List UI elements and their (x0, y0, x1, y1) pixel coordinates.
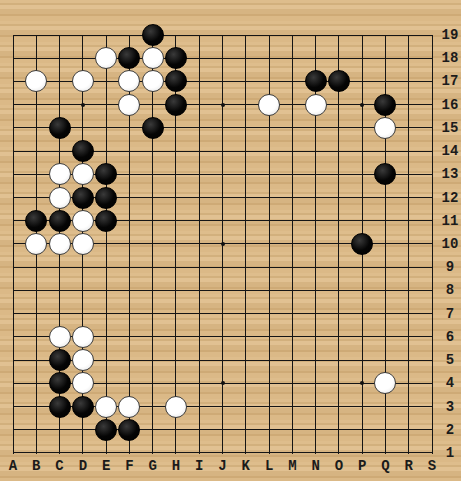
col-label-Q: Q (381, 457, 389, 475)
row-label-4: 4 (446, 374, 454, 392)
white-stone-C13[interactable] (49, 163, 71, 185)
grid-vline (13, 35, 14, 454)
black-stone-F18[interactable] (118, 47, 140, 69)
row-label-11: 11 (442, 212, 459, 230)
row-label-13: 13 (442, 165, 459, 183)
black-stone-G15[interactable] (142, 117, 164, 139)
white-stone-D5[interactable] (72, 349, 94, 371)
white-stone-B17[interactable] (25, 70, 47, 92)
white-stone-L16[interactable] (258, 94, 280, 116)
row-label-10: 10 (442, 235, 459, 253)
star-point-J16 (221, 103, 225, 107)
white-stone-C12[interactable] (49, 187, 71, 209)
black-stone-N17[interactable] (305, 70, 327, 92)
white-stone-G17[interactable] (142, 70, 164, 92)
white-stone-D6[interactable] (72, 326, 94, 348)
go-board[interactable]: ABCDEFGHIJKLMNOPQRS 19181716151413121110… (0, 0, 461, 481)
col-label-M: M (288, 457, 296, 475)
black-stone-Q13[interactable] (374, 163, 396, 185)
star-point-J10 (221, 242, 225, 246)
row-label-1: 1 (446, 444, 454, 462)
white-stone-C10[interactable] (49, 233, 71, 255)
row-label-15: 15 (442, 119, 459, 137)
black-stone-B11[interactable] (25, 210, 47, 232)
row-label-7: 7 (446, 305, 454, 323)
grid-hline (13, 58, 433, 59)
black-stone-H17[interactable] (165, 70, 187, 92)
grid-hline (13, 429, 433, 430)
row-label-17: 17 (442, 72, 459, 90)
star-point-P4 (360, 381, 364, 385)
white-stone-G18[interactable] (142, 47, 164, 69)
col-label-S: S (428, 457, 436, 475)
black-stone-D14[interactable] (72, 140, 94, 162)
black-stone-C5[interactable] (49, 349, 71, 371)
star-point-P16 (360, 103, 364, 107)
star-point-J4 (221, 381, 225, 385)
black-stone-C11[interactable] (49, 210, 71, 232)
white-stone-D17[interactable] (72, 70, 94, 92)
col-label-I: I (195, 457, 203, 475)
black-stone-G19[interactable] (142, 24, 164, 46)
white-stone-H3[interactable] (165, 396, 187, 418)
white-stone-B10[interactable] (25, 233, 47, 255)
grid-hline (13, 313, 433, 314)
grid-vline (338, 35, 339, 454)
black-stone-H18[interactable] (165, 47, 187, 69)
row-label-5: 5 (446, 351, 454, 369)
col-label-N: N (311, 457, 319, 475)
white-stone-D11[interactable] (72, 210, 94, 232)
black-stone-D12[interactable] (72, 187, 94, 209)
col-label-K: K (242, 457, 250, 475)
col-label-E: E (102, 457, 110, 475)
grid-vline (199, 35, 200, 454)
grid-vline (106, 35, 107, 454)
col-label-A: A (9, 457, 17, 475)
row-label-8: 8 (446, 281, 454, 299)
black-stone-C15[interactable] (49, 117, 71, 139)
col-label-O: O (335, 457, 343, 475)
row-label-14: 14 (442, 142, 459, 160)
row-label-18: 18 (442, 49, 459, 67)
grid-hline (13, 127, 433, 128)
row-label-6: 6 (446, 328, 454, 346)
black-stone-P10[interactable] (351, 233, 373, 255)
white-stone-D10[interactable] (72, 233, 94, 255)
white-stone-Q15[interactable] (374, 117, 396, 139)
row-label-9: 9 (446, 258, 454, 276)
row-label-16: 16 (442, 96, 459, 114)
black-stone-E11[interactable] (95, 210, 117, 232)
black-stone-C4[interactable] (49, 372, 71, 394)
grid-vline (152, 35, 153, 454)
col-label-P: P (358, 457, 366, 475)
col-label-F: F (125, 457, 133, 475)
white-stone-F16[interactable] (118, 94, 140, 116)
row-label-19: 19 (442, 26, 459, 44)
black-stone-E2[interactable] (95, 419, 117, 441)
grid-vline (245, 35, 246, 454)
white-stone-E3[interactable] (95, 396, 117, 418)
white-stone-D4[interactable] (72, 372, 94, 394)
col-label-G: G (148, 457, 156, 475)
row-label-2: 2 (446, 421, 454, 439)
black-stone-D3[interactable] (72, 396, 94, 418)
col-label-L: L (265, 457, 273, 475)
black-stone-F2[interactable] (118, 419, 140, 441)
grid-vline (408, 35, 409, 454)
white-stone-C6[interactable] (49, 326, 71, 348)
white-stone-E18[interactable] (95, 47, 117, 69)
white-stone-D13[interactable] (72, 163, 94, 185)
white-stone-Q4[interactable] (374, 372, 396, 394)
col-label-H: H (172, 457, 180, 475)
white-stone-N16[interactable] (305, 94, 327, 116)
star-point-D16 (81, 103, 85, 107)
grid-hline (13, 290, 433, 291)
white-stone-F3[interactable] (118, 396, 140, 418)
grid-hline (13, 452, 433, 453)
grid-vline (432, 35, 433, 454)
black-stone-E12[interactable] (95, 187, 117, 209)
white-stone-F17[interactable] (118, 70, 140, 92)
grid-hline (13, 267, 433, 268)
col-label-J: J (218, 457, 226, 475)
row-label-3: 3 (446, 398, 454, 416)
col-label-R: R (405, 457, 413, 475)
col-label-D: D (79, 457, 87, 475)
grid-hline (13, 35, 433, 36)
col-label-C: C (55, 457, 63, 475)
grid-vline (292, 35, 293, 454)
col-label-B: B (32, 457, 40, 475)
black-stone-C3[interactable] (49, 396, 71, 418)
black-stone-E13[interactable] (95, 163, 117, 185)
black-stone-Q16[interactable] (374, 94, 396, 116)
black-stone-H16[interactable] (165, 94, 187, 116)
black-stone-O17[interactable] (328, 70, 350, 92)
row-label-12: 12 (442, 189, 459, 207)
